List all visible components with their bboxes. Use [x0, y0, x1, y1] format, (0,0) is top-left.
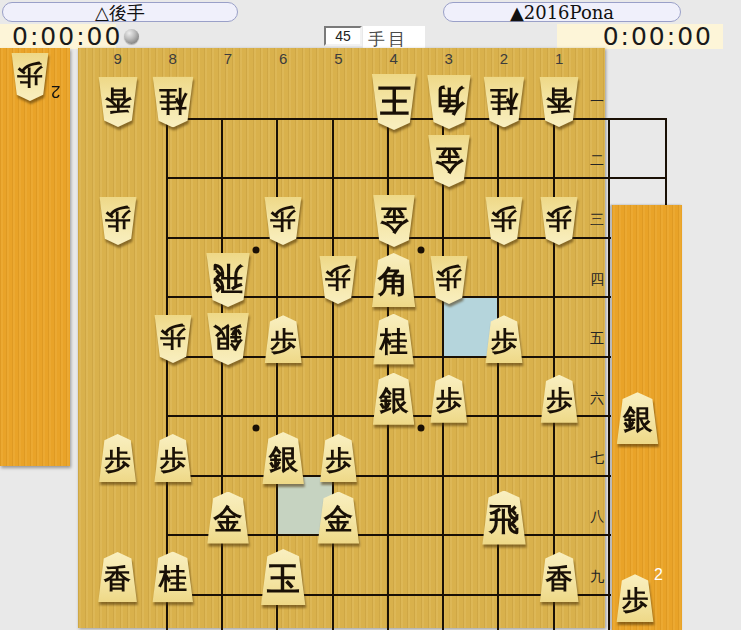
piece-gote-23[interactable]: 歩: [484, 197, 524, 245]
col-label-4: 4: [366, 49, 421, 69]
piece-sente-57[interactable]: 歩: [318, 434, 358, 482]
piece-gote-91[interactable]: 香: [97, 77, 139, 127]
square-69[interactable]: [334, 596, 389, 630]
square-59[interactable]: [389, 596, 444, 630]
piece-gote-21[interactable]: 桂: [482, 76, 526, 127]
piece-gote-34[interactable]: 歩: [429, 256, 469, 304]
piece-gote-63[interactable]: 歩: [263, 197, 303, 245]
row-label-1: 一: [589, 72, 605, 131]
row-label-2: 二: [589, 131, 605, 190]
piece-gote-32[interactable]: 金: [426, 135, 471, 187]
piece-sente-78[interactable]: 金: [206, 492, 251, 544]
piece-sente-44[interactable]: 角: [370, 253, 417, 307]
hand-sente-歩[interactable]: 歩: [615, 574, 655, 622]
col-label-6: 6: [256, 49, 311, 69]
piece-sente-45[interactable]: 桂: [372, 314, 416, 365]
piece-sente-46[interactable]: 銀: [371, 373, 416, 425]
square-92[interactable]: [168, 179, 223, 238]
square-95[interactable]: [168, 358, 223, 417]
star-point: [252, 425, 259, 432]
piece-sente-58[interactable]: 金: [316, 492, 361, 544]
square-85[interactable]: [223, 358, 278, 417]
piece-gote-43[interactable]: 金: [371, 195, 416, 247]
square-46[interactable]: [444, 417, 499, 476]
piece-gote-75[interactable]: 銀: [206, 313, 251, 365]
star-point: [252, 247, 259, 254]
square-91[interactable]: [168, 120, 223, 179]
square-49[interactable]: [444, 596, 499, 630]
row-label-4: 四: [589, 250, 605, 309]
row-label-9: 九: [589, 547, 605, 606]
square-48[interactable]: [444, 536, 499, 595]
piece-sente-25[interactable]: 歩: [484, 315, 524, 363]
move-counter-box: 45: [324, 26, 362, 46]
sente-name-plate: ▲2016Pona: [443, 2, 681, 22]
square-11[interactable]: [610, 120, 665, 179]
sente-clock: 0:00:00: [557, 24, 723, 49]
square-56[interactable]: [389, 417, 444, 476]
col-label-3: 3: [421, 49, 476, 69]
row-label-3: 三: [589, 191, 605, 250]
col-label-9: 9: [90, 49, 145, 69]
piece-gote-81[interactable]: 桂: [151, 76, 195, 127]
piece-sente-87[interactable]: 歩: [153, 434, 193, 482]
row-label-8: 八: [589, 488, 605, 547]
piece-sente-67[interactable]: 銀: [261, 432, 306, 484]
square-71[interactable]: [278, 120, 333, 179]
col-label-1: 1: [532, 49, 587, 69]
square-33[interactable]: [499, 239, 554, 298]
square-81[interactable]: [223, 120, 278, 179]
square-58[interactable]: [389, 536, 444, 595]
piece-sente-69[interactable]: 玉: [259, 549, 307, 605]
square-36[interactable]: [499, 417, 554, 476]
col-label-8: 8: [145, 49, 200, 69]
piece-gote-54[interactable]: 歩: [318, 256, 358, 304]
hand-gote-歩[interactable]: 歩: [10, 53, 50, 101]
square-68[interactable]: [334, 536, 389, 595]
row-label-6: 六: [589, 369, 605, 428]
piece-sente-65[interactable]: 歩: [263, 315, 303, 363]
piece-sente-89[interactable]: 桂: [151, 551, 195, 602]
piece-gote-13[interactable]: 歩: [539, 197, 579, 245]
shogi-app: △後手 ▲2016Pona 0:00:00 45 手目 0:00:00 9876…: [0, 0, 741, 630]
col-label-7: 7: [200, 49, 255, 69]
piece-sente-97[interactable]: 歩: [98, 434, 138, 482]
piece-gote-93[interactable]: 歩: [98, 197, 138, 245]
star-point: [418, 425, 425, 432]
piece-sente-28[interactable]: 飛: [481, 491, 528, 545]
piece-sente-16[interactable]: 歩: [539, 375, 579, 423]
gote-clock: 0:00:00: [0, 24, 116, 49]
piece-sente-99[interactable]: 香: [97, 552, 139, 602]
turn-indicator-icon: [124, 29, 139, 44]
row-label-5: 五: [589, 310, 605, 369]
hand-gote-歩-count: 2: [51, 81, 60, 101]
col-label-2: 2: [476, 49, 531, 69]
col-label-5: 5: [311, 49, 366, 69]
piece-sente-36[interactable]: 歩: [429, 375, 469, 423]
piece-gote-31[interactable]: 角: [425, 75, 472, 129]
komadai-gote: [0, 48, 70, 466]
hand-sente-歩-count: 2: [654, 566, 663, 584]
row-label-7: 七: [589, 428, 605, 487]
star-point: [418, 247, 425, 254]
square-31[interactable]: [499, 120, 554, 179]
piece-gote-41[interactable]: 王: [370, 74, 418, 130]
gote-name-plate: △後手: [2, 2, 238, 22]
square-75[interactable]: [278, 358, 333, 417]
piece-gote-74[interactable]: 飛: [205, 253, 252, 307]
piece-gote-85[interactable]: 歩: [153, 315, 193, 363]
piece-sente-19[interactable]: 香: [538, 552, 580, 602]
piece-gote-11[interactable]: 香: [538, 77, 580, 127]
square-57[interactable]: [389, 477, 444, 536]
hand-sente-銀[interactable]: 銀: [615, 392, 660, 444]
